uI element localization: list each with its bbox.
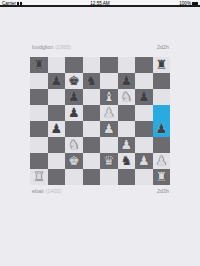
square-g7[interactable] [135,73,153,89]
square-e1[interactable] [100,169,118,185]
square-h5[interactable] [153,105,171,121]
square-c5[interactable]: ♟ [65,105,83,121]
square-e2[interactable]: ♛ [100,153,118,169]
square-e5[interactable]: ♟ [100,105,118,121]
square-a3[interactable] [30,137,48,153]
square-c1[interactable] [65,169,83,185]
square-g6[interactable]: ♟ [135,89,153,105]
black-knight-d7[interactable]: ♞ [83,73,101,89]
black-king-c7[interactable]: ♚ [65,73,83,89]
black-pawn-g6[interactable]: ♟ [135,89,153,105]
square-h7[interactable] [153,73,171,89]
square-d7[interactable]: ♞ [83,73,101,89]
black-pawn-f7[interactable]: ♟ [118,73,136,89]
square-h2[interactable]: ♟ [153,153,171,169]
square-c4[interactable] [65,121,83,137]
white-rook-a1[interactable]: ♜ [30,169,48,185]
chess-board[interactable]: ♜♜♟♚♞♟♟♝♞♟♟♟♟♟♟♞♟♚♛♞♟♟♜♜ [30,57,170,185]
app-screen: Carrier 12:55 AM 100% luvdglion(1365) 2d… [0,0,200,266]
black-pawn-c5[interactable]: ♟ [65,105,83,121]
opponent-clock: 2d2h [157,44,169,50]
square-a6[interactable] [30,89,48,105]
square-c8[interactable] [65,57,83,73]
opponent-rating: (1365) [55,44,71,50]
square-c7[interactable]: ♚ [65,73,83,89]
opponent-name: luvdglion [32,44,53,50]
square-d2[interactable] [83,153,101,169]
white-pawn-e5[interactable]: ♟ [100,105,118,121]
square-e7[interactable] [100,73,118,89]
square-h6[interactable] [153,89,171,105]
white-rook-h1[interactable]: ♜ [153,169,171,185]
battery-percent-label: 100% [179,1,191,6]
square-b3[interactable] [48,137,66,153]
square-h1[interactable]: ♜ [153,169,171,185]
square-a4[interactable] [30,121,48,137]
white-pawn-g2[interactable]: ♟ [135,153,153,169]
square-f2[interactable]: ♞ [118,153,136,169]
square-f7[interactable]: ♟ [118,73,136,89]
black-pawn-b7[interactable]: ♟ [48,73,66,89]
square-a8[interactable]: ♜ [30,57,48,73]
square-b7[interactable]: ♟ [48,73,66,89]
square-a2[interactable] [30,153,48,169]
square-g1[interactable] [135,169,153,185]
square-g4[interactable] [135,121,153,137]
square-g3[interactable] [135,137,153,153]
square-b1[interactable] [48,169,66,185]
black-pawn-b4[interactable]: ♟ [48,121,66,137]
white-knight-f6[interactable]: ♞ [118,89,136,105]
square-h3[interactable] [153,137,171,153]
square-e4[interactable]: ♟ [100,121,118,137]
white-king-c2[interactable]: ♚ [65,153,83,169]
square-f5[interactable] [118,105,136,121]
square-h4[interactable]: ♟ [153,121,171,137]
black-pawn-h4[interactable]: ♟ [153,121,171,137]
square-g2[interactable]: ♟ [135,153,153,169]
square-c2[interactable]: ♚ [65,153,83,169]
square-d4[interactable] [83,121,101,137]
square-g5[interactable] [135,105,153,121]
white-pawn-h2[interactable]: ♟ [153,153,171,169]
player-clock: 2d3h [157,188,169,194]
square-c6[interactable]: ♟ [65,89,83,105]
square-b8[interactable] [48,57,66,73]
black-pawn-c6[interactable]: ♟ [65,89,83,105]
player-rating: (1402) [46,188,62,194]
square-d6[interactable] [83,89,101,105]
battery-icon [192,2,198,5]
square-b4[interactable]: ♟ [48,121,66,137]
square-h8[interactable]: ♜ [153,57,171,73]
opponent-row: luvdglion(1365) 2d2h [30,43,170,53]
square-b2[interactable] [48,153,66,169]
white-pawn-e4[interactable]: ♟ [100,121,118,137]
square-e8[interactable] [100,57,118,73]
square-e6[interactable]: ♝ [100,89,118,105]
square-g8[interactable] [135,57,153,73]
player-row: ebati(1402) 2d3h [30,187,170,197]
square-a7[interactable] [30,73,48,89]
square-a1[interactable]: ♜ [30,169,48,185]
white-bishop-e6[interactable]: ♝ [100,89,118,105]
square-d8[interactable] [83,57,101,73]
white-pawn-f3[interactable]: ♟ [118,137,136,153]
square-d5[interactable] [83,105,101,121]
white-queen-e2[interactable]: ♛ [100,153,118,169]
black-rook-h8[interactable]: ♜ [153,57,171,73]
white-knight-c3[interactable]: ♞ [65,137,83,153]
square-e3[interactable] [100,137,118,153]
square-b6[interactable] [48,89,66,105]
status-bar: Carrier 12:55 AM 100% [0,0,200,7]
black-rook-a8[interactable]: ♜ [30,57,48,73]
square-d3[interactable] [83,137,101,153]
square-f1[interactable] [118,169,136,185]
black-knight-f2[interactable]: ♞ [118,153,136,169]
player-name: ebati [32,188,44,194]
square-c3[interactable]: ♞ [65,137,83,153]
square-f6[interactable]: ♞ [118,89,136,105]
square-d1[interactable] [83,169,101,185]
square-f8[interactable] [118,57,136,73]
clock-time: 12:55 AM [0,1,200,6]
square-a5[interactable] [30,105,48,121]
square-b5[interactable] [48,105,66,121]
square-f4[interactable] [118,121,136,137]
square-f3[interactable]: ♟ [118,137,136,153]
